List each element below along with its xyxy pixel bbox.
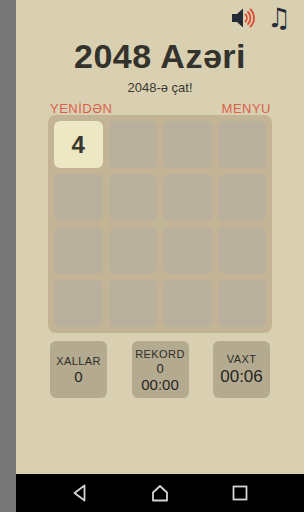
music-note-icon[interactable]: ♫: [266, 5, 292, 31]
cell: [109, 227, 158, 274]
sound-controls: ♫: [230, 5, 292, 31]
page-subtitle: 2048-ə çat!: [16, 80, 304, 95]
time-box: VAXT 00:06: [213, 341, 270, 398]
cell: [109, 121, 158, 168]
menu-button[interactable]: MENYU: [222, 101, 271, 116]
cell: [163, 280, 212, 327]
cell: [163, 121, 212, 168]
music-note-glyph: ♫: [267, 5, 291, 31]
back-icon[interactable]: [69, 482, 91, 504]
recents-icon[interactable]: [229, 482, 251, 504]
score-box: XALLAR 0: [50, 341, 107, 398]
speaker-on-icon[interactable]: [230, 5, 256, 31]
app-screen: ♫ 2048 Azəri 2048-ə çat! YENİDƏN MENYU 4…: [16, 0, 304, 512]
record-time: 00:00: [141, 376, 179, 393]
game-board[interactable]: 4: [48, 115, 272, 333]
time-value: 00:06: [220, 366, 263, 388]
page-title: 2048 Azəri: [16, 36, 304, 76]
time-label: VAXT: [227, 352, 257, 366]
cell: [218, 174, 267, 221]
record-label: REKORD: [135, 347, 184, 361]
cell: [54, 280, 103, 327]
cell: [54, 227, 103, 274]
tile-4: 4: [54, 121, 103, 168]
android-navbar: [16, 474, 304, 512]
cell: [218, 280, 267, 327]
cell: 4: [54, 121, 103, 168]
board-header: YENİDƏN MENYU: [50, 101, 271, 116]
restart-button[interactable]: YENİDƏN: [50, 101, 112, 116]
cell: [218, 227, 267, 274]
stats-row: XALLAR 0 REKORD 0 00:00 VAXT 00:06: [50, 341, 270, 398]
score-value: 0: [74, 368, 82, 386]
cell: [163, 227, 212, 274]
record-box: REKORD 0 00:00: [132, 341, 189, 398]
cell: [109, 280, 158, 327]
cell: [109, 174, 158, 221]
score-label: XALLAR: [56, 354, 101, 368]
home-icon[interactable]: [149, 482, 171, 504]
record-value: 0: [156, 361, 163, 376]
cell: [218, 121, 267, 168]
cell: [163, 174, 212, 221]
cell: [54, 174, 103, 221]
